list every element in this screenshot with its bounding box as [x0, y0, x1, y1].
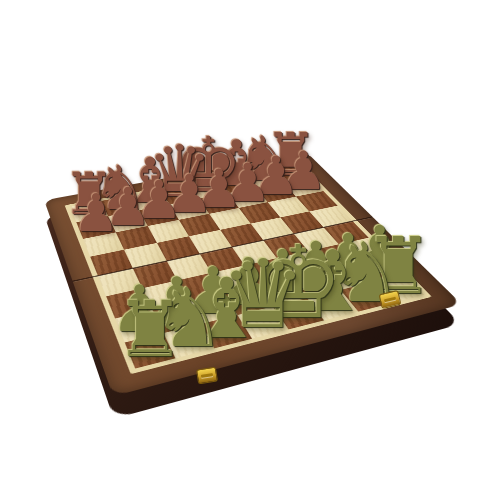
front-left-latch — [196, 367, 218, 385]
piece-copper-pawn-a7[interactable]: ♟ — [73, 187, 120, 239]
piece-brass-rook-a1[interactable]: ♜ — [116, 292, 185, 369]
chess-set-photo: ♜♞♝♛♚♝♞♜♟♟♟♟♟♟♟♟♟♟♟♟♟♟♟♟♜♞♝♛♚♝♞♜ — [0, 0, 500, 500]
